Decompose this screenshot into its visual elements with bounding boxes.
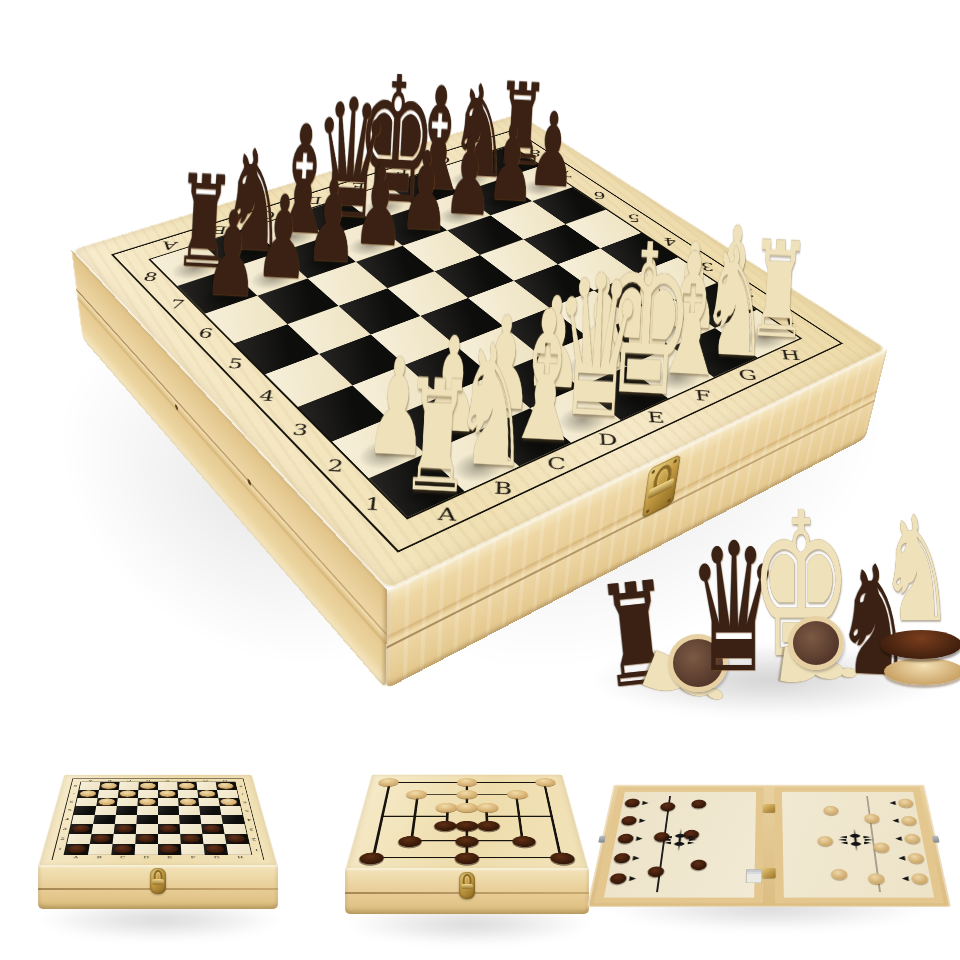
square-e6 xyxy=(158,798,179,806)
square-b5 xyxy=(95,806,117,815)
coord-label: E xyxy=(165,779,169,781)
box-front-side xyxy=(345,868,589,914)
checker-light xyxy=(217,783,234,789)
coord-label: 7 xyxy=(560,168,572,178)
square-a3 xyxy=(69,824,93,834)
morris-stone-dark xyxy=(455,836,479,847)
coord-label: 3 xyxy=(249,827,254,830)
square-b1 xyxy=(88,844,113,855)
puck-light xyxy=(823,806,839,815)
checker-light xyxy=(101,783,117,789)
puck-dark xyxy=(609,873,627,884)
vent-hole xyxy=(175,403,178,411)
coord-label: 5 xyxy=(244,809,248,812)
coord-label: D xyxy=(305,195,323,205)
coord-label: F xyxy=(185,779,189,781)
square-c5 xyxy=(116,806,138,815)
thumbnail-nine-mens-morris xyxy=(315,718,620,953)
square-g4 xyxy=(200,815,223,824)
checker-dark xyxy=(205,845,224,853)
morris-stone-light xyxy=(457,778,477,786)
checker-light xyxy=(98,798,115,805)
checker-dark xyxy=(116,825,134,833)
checker-light xyxy=(140,783,156,789)
square-c2 xyxy=(113,834,136,844)
coord-label: H xyxy=(222,779,227,781)
morris-stone-dark xyxy=(397,836,422,847)
latch-bar xyxy=(648,477,674,499)
square-e2 xyxy=(158,834,181,844)
square-g5 xyxy=(199,806,221,815)
checker-dark xyxy=(71,825,90,833)
checker-dark xyxy=(92,835,111,843)
puck-dark xyxy=(647,866,665,877)
arrow-icon xyxy=(639,818,646,822)
checker-dark xyxy=(67,845,87,853)
checker-light xyxy=(180,798,197,805)
square-g1 xyxy=(203,844,228,855)
square-c1 xyxy=(111,844,135,855)
coord-label: 8 xyxy=(239,785,243,787)
checker-dark xyxy=(226,835,245,843)
arrow-icon xyxy=(636,837,643,842)
square-h5 xyxy=(220,806,243,815)
coord-label: 8 xyxy=(529,148,541,157)
puck-dark xyxy=(617,834,634,844)
piece-dark-pawn: ♟ xyxy=(255,190,312,287)
morris-stone-light xyxy=(435,803,457,812)
square-g8 xyxy=(196,782,217,790)
square-c3 xyxy=(114,824,137,834)
checker-light xyxy=(199,790,216,796)
morris-stone-light xyxy=(534,778,556,786)
puck-light xyxy=(867,873,885,884)
square-f3 xyxy=(180,824,203,834)
square-d8 xyxy=(138,782,158,790)
square-c4 xyxy=(115,815,137,824)
sling-left-panel xyxy=(594,787,764,903)
square-h2 xyxy=(224,834,248,844)
square-a5 xyxy=(74,806,97,815)
coord-label: C xyxy=(259,209,277,220)
square-b2 xyxy=(90,834,114,844)
puck-light xyxy=(864,814,880,823)
square-f8 xyxy=(177,782,197,790)
coord-label: C xyxy=(127,779,131,781)
checker-dark xyxy=(160,825,178,833)
arrow-icon xyxy=(889,801,896,805)
clasp-icon xyxy=(598,836,606,843)
coord-label: 3 xyxy=(63,827,68,830)
coord-label: G xyxy=(435,155,450,165)
square-h6 xyxy=(218,798,240,806)
checker-light xyxy=(79,790,96,796)
coord-label: 6 xyxy=(593,190,606,200)
arrow-icon xyxy=(642,801,649,805)
square-f4 xyxy=(179,815,201,824)
checker-dark xyxy=(160,845,178,853)
latch-screw xyxy=(651,469,655,474)
square-d2 xyxy=(135,834,158,844)
puck-light xyxy=(904,834,921,844)
checkers-board: ABCDEFGH ABCDEFGH 87654321 87654321 xyxy=(38,775,278,866)
square-g3 xyxy=(201,824,224,834)
checker-dark xyxy=(137,835,155,843)
square-f6 xyxy=(178,798,199,806)
square-h7 xyxy=(217,790,238,798)
brass-latch-icon xyxy=(459,872,475,899)
sling-right-field xyxy=(782,792,934,898)
morris-stone-light xyxy=(378,778,400,786)
sling-right-panel xyxy=(774,787,944,903)
morris-stone-light xyxy=(507,790,529,799)
morris-stone-dark xyxy=(478,821,501,831)
light-knight: ♞ xyxy=(879,510,954,630)
coord-label: F xyxy=(394,167,408,177)
square-b3 xyxy=(92,824,115,834)
arrow-icon xyxy=(902,876,910,881)
square-f1 xyxy=(181,844,205,855)
coord-label: 6 xyxy=(69,801,73,803)
checkers-board-grid xyxy=(64,782,253,855)
checker-light xyxy=(179,783,195,789)
square-f2 xyxy=(180,834,203,844)
square-d1 xyxy=(135,844,158,855)
burst-decal-icon xyxy=(831,828,882,853)
arrow-icon xyxy=(898,856,905,861)
coord-label: G xyxy=(203,779,208,781)
coord-label: 2 xyxy=(326,458,344,475)
square-h4 xyxy=(221,815,244,824)
square-e4 xyxy=(158,815,180,824)
coord-label: 4 xyxy=(246,818,251,821)
latch-ring xyxy=(652,462,673,497)
square-c7 xyxy=(118,790,139,798)
square-e8 xyxy=(158,782,178,790)
checker-light xyxy=(160,790,176,796)
square-a7 xyxy=(78,790,99,798)
latch-bar xyxy=(461,884,474,889)
square-c8 xyxy=(119,782,139,790)
puck-dark xyxy=(620,816,637,825)
coord-label: 6 xyxy=(242,801,246,803)
clasp-icon xyxy=(932,836,940,843)
square-b6 xyxy=(96,798,118,806)
hinge-icon xyxy=(762,868,776,878)
latch-bar xyxy=(152,879,165,884)
sling-puck-board xyxy=(587,785,951,907)
puck-dark xyxy=(691,799,707,808)
square-e7 xyxy=(158,790,178,798)
square-a6 xyxy=(76,798,98,806)
coord-label: 4 xyxy=(65,818,70,821)
brass-latch-icon xyxy=(150,868,166,894)
square-b8 xyxy=(99,782,120,790)
coord-label: D xyxy=(146,779,151,781)
coord-label: 3 xyxy=(291,422,309,438)
checker-dark xyxy=(113,845,132,853)
arrow-icon xyxy=(892,818,899,822)
square-e1 xyxy=(158,844,181,855)
sling-left-field xyxy=(604,792,756,898)
square-b4 xyxy=(93,815,116,824)
puck-light xyxy=(898,799,915,808)
square-a1 xyxy=(65,844,90,855)
square-e5 xyxy=(158,806,179,815)
square-g6 xyxy=(198,798,220,806)
piece-dark-pawn: ♟ xyxy=(203,206,261,305)
morris-stone-light xyxy=(477,803,499,812)
square-b7 xyxy=(98,790,119,798)
burst-decal-icon xyxy=(654,828,705,853)
arrow-icon xyxy=(632,856,639,861)
puck-light xyxy=(830,869,847,880)
square-h1 xyxy=(226,844,251,855)
checker-disc-light xyxy=(884,658,960,685)
checker-light xyxy=(220,798,237,805)
square-d7 xyxy=(138,790,158,798)
coord-label: E xyxy=(350,181,365,191)
hinge-icon xyxy=(763,804,775,812)
square-h3 xyxy=(223,824,247,834)
coord-label: 5 xyxy=(67,809,71,812)
arrow-icon xyxy=(629,876,637,881)
square-f5 xyxy=(179,806,201,815)
coord-label: 1 xyxy=(253,848,258,851)
checker-dark xyxy=(182,835,200,843)
square-c6 xyxy=(117,798,138,806)
square-d4 xyxy=(136,815,158,824)
morris-stone-dark xyxy=(433,821,456,831)
square-d5 xyxy=(137,806,158,815)
arrow-icon xyxy=(895,837,902,842)
puck-dark xyxy=(659,802,675,811)
thumbnail-checkers: ABCDEFGH ABCDEFGH 87654321 87654321 xyxy=(10,722,310,952)
square-d6 xyxy=(137,798,158,806)
coord-label: 7 xyxy=(71,793,75,795)
morris-stone-dark xyxy=(549,852,576,864)
square-h8 xyxy=(216,782,237,790)
morris-stone-dark xyxy=(456,821,479,831)
vent-hole xyxy=(248,477,252,486)
square-a8 xyxy=(79,782,100,790)
coord-label: 1 xyxy=(364,495,382,513)
square-f7 xyxy=(178,790,199,798)
morris-stones xyxy=(345,775,589,870)
square-a2 xyxy=(67,834,91,844)
coord-label: 7 xyxy=(240,793,244,795)
square-g2 xyxy=(202,834,226,844)
latch-screw xyxy=(673,459,677,464)
puck-light xyxy=(911,873,929,884)
morris-stone-dark xyxy=(512,836,537,847)
morris-stone-light xyxy=(456,803,478,812)
square-a4 xyxy=(72,815,95,824)
piece-light-rook: ♜ xyxy=(399,373,476,503)
morris-stone-dark xyxy=(358,852,385,864)
puck-light xyxy=(901,816,918,825)
checker-light xyxy=(139,798,155,805)
square-e3 xyxy=(158,824,180,834)
box-front-side xyxy=(38,865,278,909)
puck-dark xyxy=(690,860,707,870)
thumbnail-sling-puck xyxy=(583,733,955,948)
coord-label: 2 xyxy=(60,837,65,840)
morris-stone-dark xyxy=(455,852,480,864)
coord-label: B xyxy=(108,779,112,781)
checker-light xyxy=(120,790,136,796)
puck-dark xyxy=(613,853,631,863)
square-d3 xyxy=(136,824,158,834)
coord-label: 6 xyxy=(197,327,215,340)
square-g7 xyxy=(197,790,218,798)
product-photo: ABCDEFGH ABCDEFGH 87654321 87654321 ♜♞♝♛… xyxy=(0,0,960,960)
coord-label: H xyxy=(475,142,491,151)
puck-dark xyxy=(624,799,641,808)
coord-label: 2 xyxy=(251,837,256,840)
puck-light xyxy=(907,853,925,863)
checker-dark xyxy=(203,825,221,833)
coord-label: 1 xyxy=(58,848,63,851)
morris-board xyxy=(345,775,589,870)
morris-stone-light xyxy=(457,790,478,799)
coord-label: 8 xyxy=(73,785,77,787)
